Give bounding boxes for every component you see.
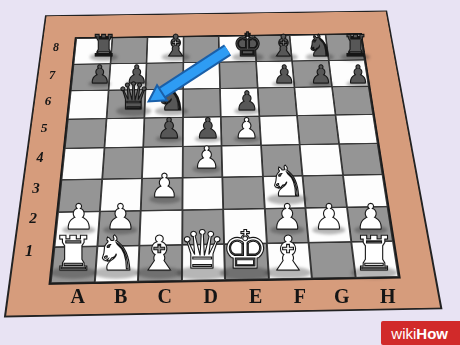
square-g1[interactable] <box>309 241 356 278</box>
square-d3[interactable] <box>182 177 223 210</box>
piece-white-bishop-c1[interactable]: ♝ <box>138 229 181 277</box>
piece-black-pawn-c5[interactable]: ♟ <box>157 115 182 143</box>
piece-white-knight-b1[interactable]: ♞ <box>95 229 138 277</box>
square-e4[interactable] <box>222 145 263 177</box>
square-f5[interactable] <box>259 115 300 145</box>
square-e7[interactable] <box>219 61 257 88</box>
square-h6[interactable] <box>332 86 373 114</box>
square-f6[interactable] <box>257 87 297 116</box>
square-g6[interactable] <box>294 87 335 116</box>
wikihow-how-text: How <box>416 325 448 342</box>
square-a6[interactable] <box>68 90 108 119</box>
square-b4[interactable] <box>102 147 143 179</box>
piece-black-pawn-f7[interactable]: ♟ <box>273 63 295 88</box>
piece-white-pawn-c3[interactable]: ♟ <box>150 170 179 203</box>
piece-black-bishop-c8[interactable]: ♝ <box>162 31 189 61</box>
chess-illustration: ♜♝♚♝♞♜♟♟♟♟♟♛♞♟♟♟♟♟♟♞♟♟♟♟♟♜♞♝♛♚♝♜87654321… <box>0 0 460 345</box>
piece-black-bishop-f8[interactable]: ♝ <box>270 31 297 61</box>
piece-white-king-e1[interactable]: ♚ <box>221 224 268 277</box>
wikihow-wiki-text: wiki <box>391 325 416 342</box>
piece-black-pawn-h7[interactable]: ♟ <box>347 63 369 88</box>
piece-black-queen-b6[interactable]: ♛ <box>117 78 151 115</box>
piece-white-rook-h1[interactable]: ♜ <box>353 229 396 277</box>
piece-white-pawn-e5[interactable]: ♟ <box>234 115 259 143</box>
piece-black-knight-c6[interactable]: ♞ <box>156 81 186 115</box>
square-g5[interactable] <box>297 115 339 145</box>
square-g4[interactable] <box>300 144 343 175</box>
piece-black-knight-g8[interactable]: ♞ <box>306 31 333 61</box>
square-a4[interactable] <box>61 148 104 180</box>
piece-black-rook-h8[interactable]: ♜ <box>342 31 369 61</box>
piece-white-pawn-d4[interactable]: ♟ <box>193 143 220 173</box>
piece-black-king-e8[interactable]: ♚ <box>233 28 263 61</box>
piece-white-pawn-g2[interactable]: ♟ <box>313 199 344 234</box>
piece-white-rook-a1[interactable]: ♜ <box>52 229 95 277</box>
piece-black-pawn-g7[interactable]: ♟ <box>310 63 332 88</box>
square-d7[interactable] <box>183 62 220 89</box>
piece-black-pawn-a7[interactable]: ♟ <box>89 63 111 88</box>
square-h5[interactable] <box>335 114 378 144</box>
square-e3[interactable] <box>222 176 264 209</box>
piece-white-queen-d1[interactable]: ♛ <box>179 224 226 277</box>
square-h4[interactable] <box>339 143 383 174</box>
square-a5[interactable] <box>65 118 106 148</box>
square-b5[interactable] <box>104 118 144 148</box>
piece-white-bishop-f1[interactable]: ♝ <box>267 229 310 277</box>
wikihow-watermark[interactable]: wikiHow <box>381 321 460 345</box>
piece-black-rook-a8[interactable]: ♜ <box>90 31 117 61</box>
